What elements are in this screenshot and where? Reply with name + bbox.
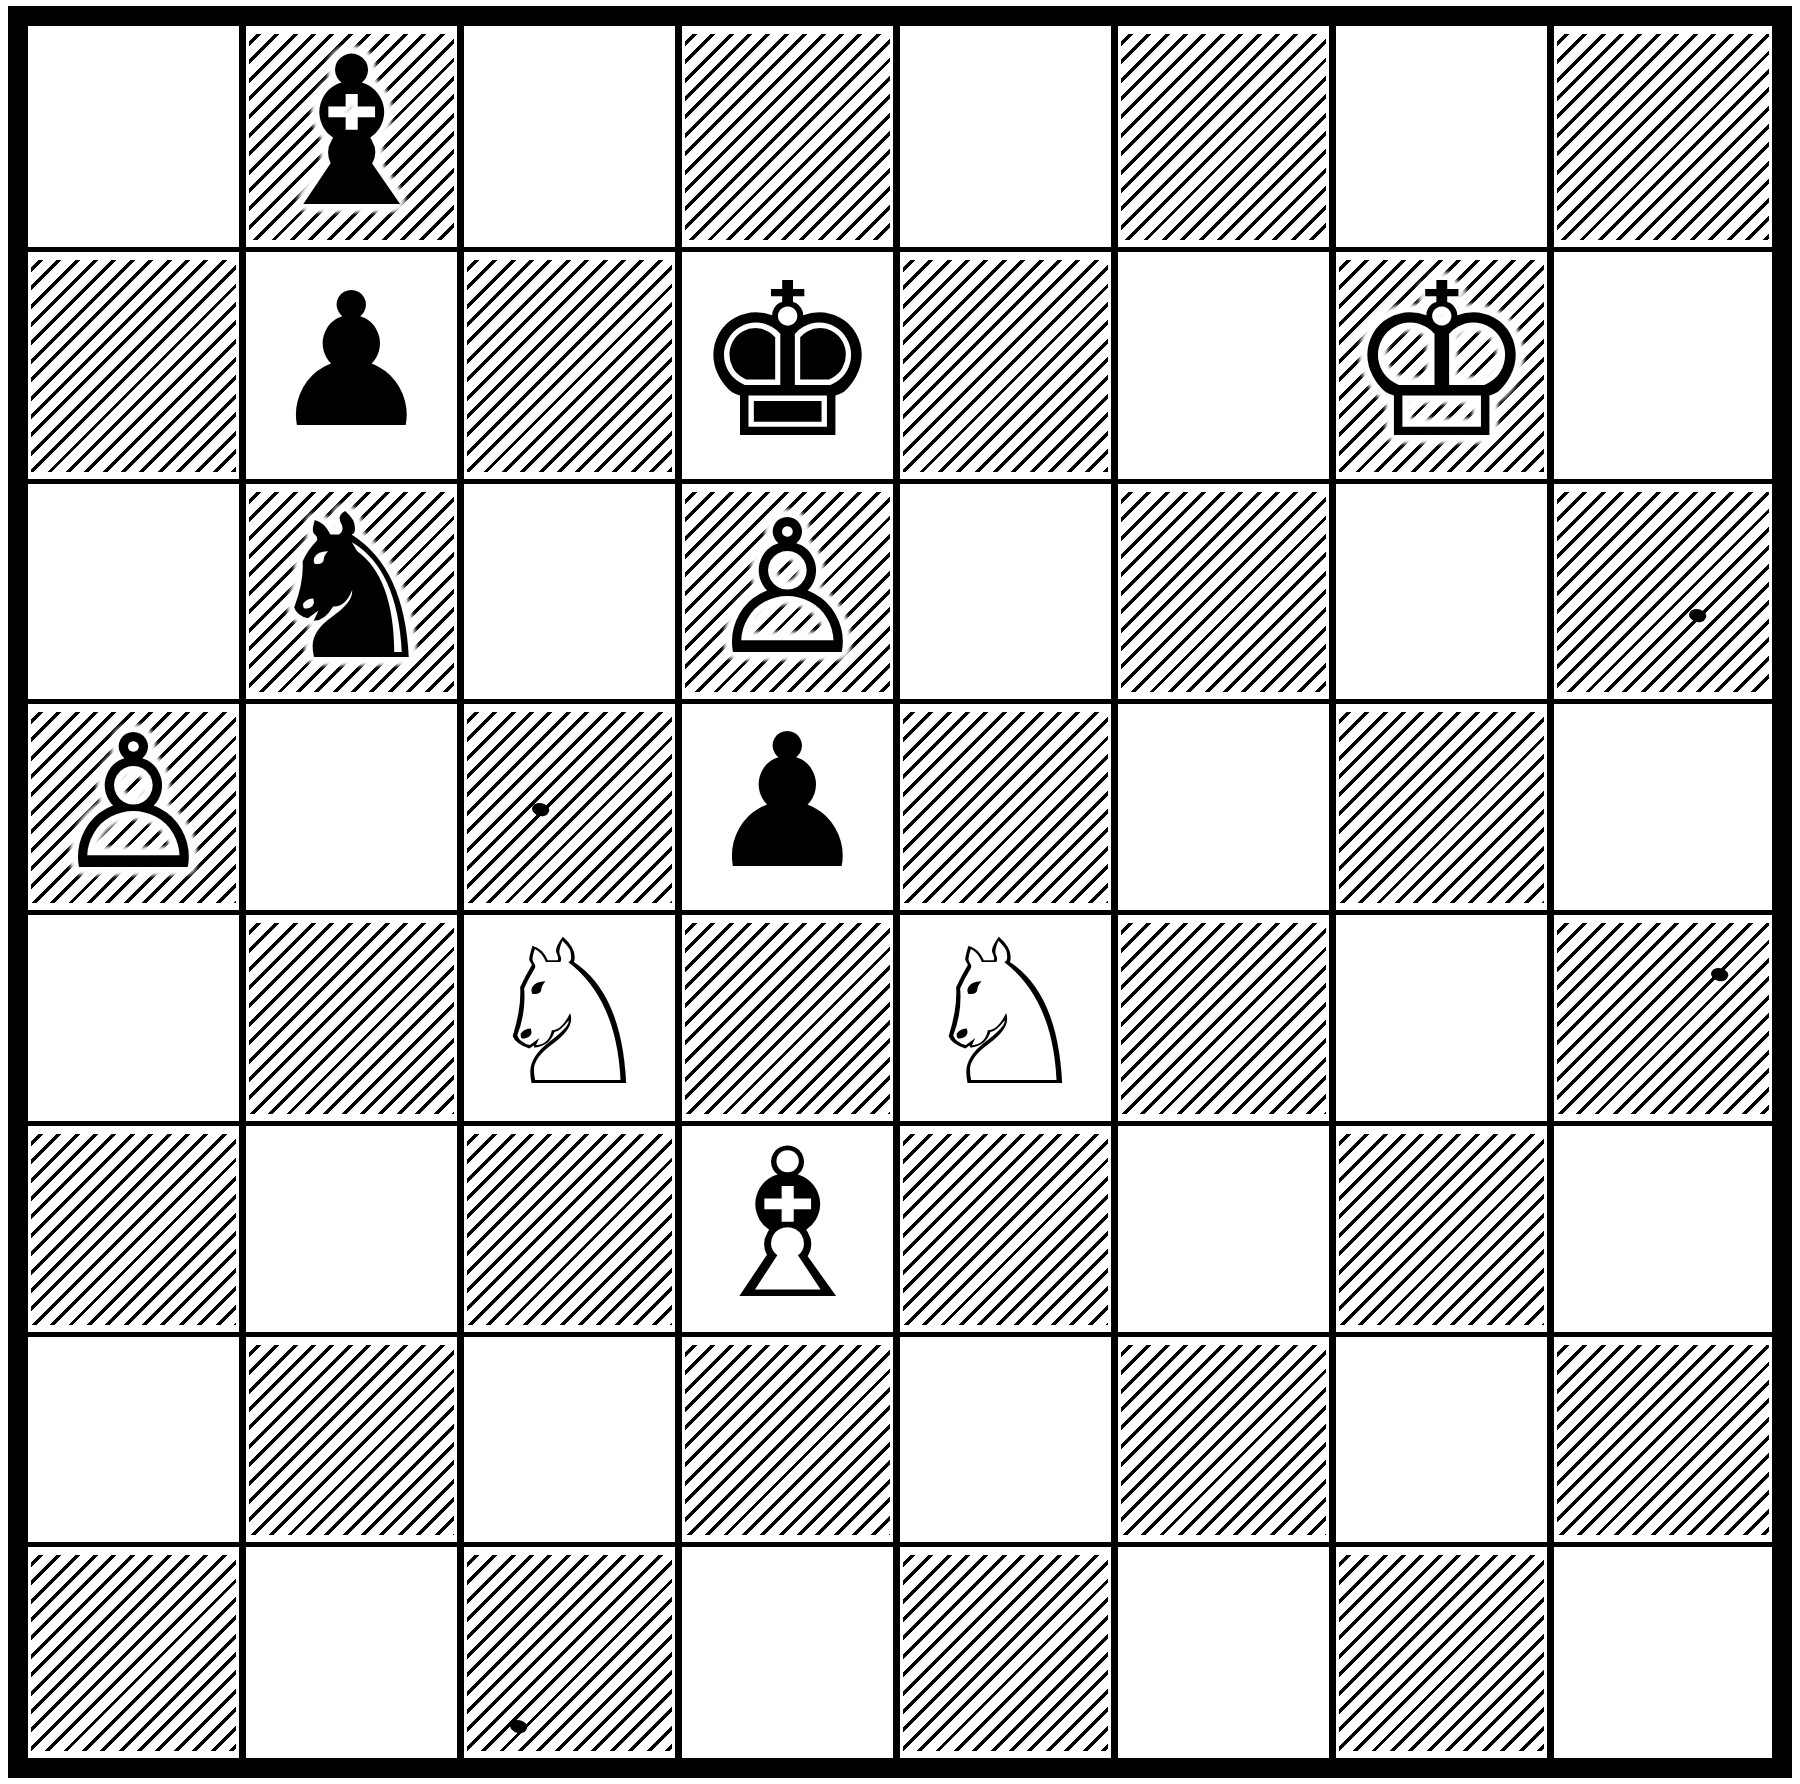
- square-d1: [682, 1547, 900, 1758]
- square-d2: [682, 1337, 900, 1548]
- square-d4: [682, 915, 900, 1126]
- square-b1: [246, 1547, 464, 1758]
- square-c6: [464, 484, 682, 704]
- square-h5: [1554, 704, 1772, 915]
- square-h6: [1554, 484, 1772, 704]
- white-pawn-d6: ♙: [705, 496, 871, 681]
- square-f4: [1118, 915, 1336, 1126]
- square-g7: ♔: [1336, 252, 1554, 484]
- square-h3: [1554, 1126, 1772, 1337]
- square-d8: [682, 26, 900, 252]
- square-a2: [28, 1337, 246, 1548]
- square-h4: [1554, 915, 1772, 1126]
- white-pawn-a5: ♙: [51, 711, 217, 896]
- ink-speck-c5: [530, 800, 551, 819]
- square-b5: [246, 704, 464, 915]
- black-pawn-d5: ♟: [705, 710, 871, 895]
- square-h1: [1554, 1547, 1772, 1758]
- square-b8: ♝: [246, 26, 464, 252]
- square-c4: ♘: [464, 915, 682, 1126]
- square-g6: [1336, 484, 1554, 704]
- square-d7: ♚: [682, 252, 900, 484]
- square-b2: [246, 1337, 464, 1548]
- ink-speck-h6: [1687, 606, 1708, 625]
- square-e3: [900, 1126, 1118, 1337]
- square-h2: [1554, 1337, 1772, 1548]
- square-g3: [1336, 1126, 1554, 1337]
- square-b6: ♞: [246, 484, 464, 704]
- square-e2: [900, 1337, 1118, 1548]
- square-g1: [1336, 1547, 1554, 1758]
- square-e8: [900, 26, 1118, 252]
- square-f2: [1118, 1337, 1336, 1548]
- black-bishop-b8: ♝: [259, 30, 444, 236]
- square-h8: [1554, 26, 1772, 252]
- square-c2: [464, 1337, 682, 1548]
- square-g2: [1336, 1337, 1554, 1548]
- square-f6: [1118, 484, 1336, 704]
- chessboard-frame: ♝♟♚♔♞♙♙♟♘♘♗: [8, 6, 1792, 1778]
- square-d6: ♙: [682, 484, 900, 704]
- square-f5: [1118, 704, 1336, 915]
- white-bishop-d3: ♗: [695, 1122, 880, 1328]
- black-pawn-b7: ♟: [269, 269, 435, 454]
- square-e6: [900, 484, 1118, 704]
- square-b4: [246, 915, 464, 1126]
- black-knight-b6: ♞: [262, 488, 441, 688]
- white-knight-e4: ♘: [916, 914, 1095, 1114]
- square-b3: [246, 1126, 464, 1337]
- square-f1: [1118, 1547, 1336, 1758]
- square-a6: [28, 484, 246, 704]
- square-a8: [28, 26, 246, 252]
- square-a1: [28, 1547, 246, 1758]
- square-a5: ♙: [28, 704, 246, 915]
- ink-speck-c1: [508, 1717, 529, 1736]
- square-d5: ♟: [682, 704, 900, 915]
- square-c5: [464, 704, 682, 915]
- square-f8: [1118, 26, 1336, 252]
- square-c8: [464, 26, 682, 252]
- square-a4: [28, 915, 246, 1126]
- square-e1: [900, 1547, 1118, 1758]
- square-a7: [28, 252, 246, 484]
- square-c1: [464, 1547, 682, 1758]
- white-king-g7: ♔: [1346, 256, 1536, 468]
- square-h7: [1554, 252, 1772, 484]
- ink-speck-h4: [1709, 965, 1730, 984]
- square-g8: [1336, 26, 1554, 252]
- square-f7: [1118, 252, 1336, 484]
- square-a3: [28, 1126, 246, 1337]
- square-b7: ♟: [246, 252, 464, 484]
- chessboard: ♝♟♚♔♞♙♙♟♘♘♗: [28, 26, 1772, 1758]
- white-knight-c4: ♘: [480, 914, 659, 1114]
- square-e4: ♘: [900, 915, 1118, 1126]
- square-d3: ♗: [682, 1126, 900, 1337]
- square-e5: [900, 704, 1118, 915]
- black-king-d7: ♚: [692, 256, 882, 468]
- square-g4: [1336, 915, 1554, 1126]
- square-e7: [900, 252, 1118, 484]
- square-c7: [464, 252, 682, 484]
- square-c3: [464, 1126, 682, 1337]
- square-f3: [1118, 1126, 1336, 1337]
- square-g5: [1336, 704, 1554, 915]
